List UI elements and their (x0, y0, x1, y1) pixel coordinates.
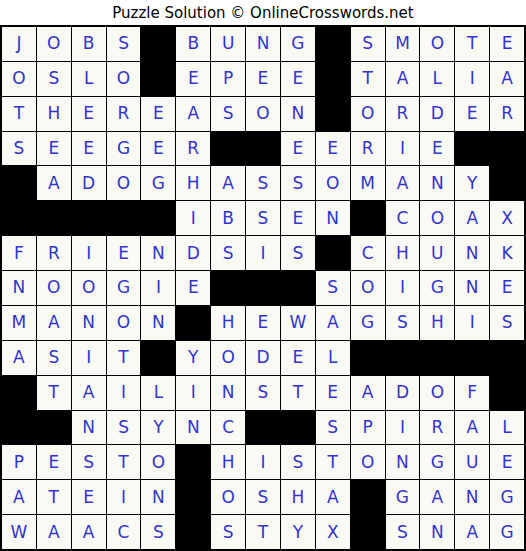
letter-cell: H (37, 97, 71, 131)
letter-cell: S (386, 515, 420, 549)
letter-cell: N (420, 515, 454, 549)
black-cell (176, 480, 210, 514)
letter-cell: A (37, 166, 71, 200)
letter-cell: O (107, 166, 141, 200)
letter-cell: G (107, 132, 141, 166)
letter-cell: P (211, 62, 245, 96)
letter-cell: A (351, 376, 385, 410)
black-cell (490, 376, 524, 410)
letter-cell: N (420, 166, 454, 200)
letter-cell: A (316, 306, 350, 340)
letter-cell: H (211, 445, 245, 479)
letter-cell: O (2, 62, 36, 96)
letter-cell: W (2, 515, 36, 549)
letter-cell: R (176, 132, 210, 166)
letter-cell: A (37, 515, 71, 549)
letter-cell: S (107, 27, 141, 61)
page-title: Puzzle Solution © OnlineCrosswords.net (0, 0, 526, 25)
letter-cell: G (420, 445, 454, 479)
letter-cell: S (316, 411, 350, 445)
letter-cell: I (386, 132, 420, 166)
letter-cell: A (2, 341, 36, 375)
letter-cell: E (37, 132, 71, 166)
letter-cell: E (246, 306, 280, 340)
letter-cell: I (176, 201, 210, 235)
letter-cell: S (316, 271, 350, 305)
letter-cell: B (176, 27, 210, 61)
letter-cell: E (246, 62, 280, 96)
letter-cell: E (72, 132, 106, 166)
letter-cell: J (2, 27, 36, 61)
letter-cell: E (490, 27, 524, 61)
black-cell (141, 201, 175, 235)
letter-cell: N (211, 376, 245, 410)
letter-cell: D (72, 166, 106, 200)
letter-cell: E (281, 201, 315, 235)
letter-cell: E (455, 97, 489, 131)
letter-cell: G (281, 27, 315, 61)
letter-cell: O (107, 306, 141, 340)
letter-cell: T (107, 341, 141, 375)
letter-cell: S (141, 515, 175, 549)
letter-cell: H (211, 306, 245, 340)
letter-cell: I (141, 271, 175, 305)
letter-cell: A (386, 62, 420, 96)
letter-cell: A (455, 411, 489, 445)
letter-cell: A (420, 480, 454, 514)
letter-cell: I (246, 236, 280, 270)
letter-cell: E (490, 445, 524, 479)
letter-cell: T (2, 97, 36, 131)
letter-cell: A (316, 480, 350, 514)
letter-cell: G (490, 515, 524, 549)
letter-cell: F (455, 376, 489, 410)
letter-cell: D (246, 341, 280, 375)
letter-cell: S (246, 201, 280, 235)
black-cell (351, 515, 385, 549)
letter-cell: H (420, 306, 454, 340)
letter-cell: G (351, 306, 385, 340)
letter-cell: O (107, 62, 141, 96)
letter-cell: M (2, 306, 36, 340)
letter-cell: N (246, 27, 280, 61)
letter-cell: N (141, 480, 175, 514)
letter-cell: E (490, 271, 524, 305)
letter-cell: I (107, 376, 141, 410)
letter-cell: D (420, 97, 454, 131)
letter-cell: R (420, 411, 454, 445)
letter-cell: A (386, 166, 420, 200)
letter-cell: G (420, 271, 454, 305)
letter-cell: D (386, 376, 420, 410)
letter-cell: I (72, 236, 106, 270)
black-cell (72, 201, 106, 235)
letter-cell: N (455, 480, 489, 514)
letter-cell: S (72, 445, 106, 479)
letter-cell: U (455, 445, 489, 479)
letter-cell: S (246, 376, 280, 410)
letter-cell: R (386, 97, 420, 131)
letter-cell: H (281, 480, 315, 514)
letter-cell: T (37, 480, 71, 514)
letter-cell: I (455, 62, 489, 96)
letter-cell: E (281, 62, 315, 96)
letter-cell: R (107, 97, 141, 131)
letter-cell: E (141, 132, 175, 166)
black-cell (490, 166, 524, 200)
letter-cell: S (246, 480, 280, 514)
black-cell (141, 341, 175, 375)
letter-cell: G (490, 480, 524, 514)
letter-cell: I (386, 271, 420, 305)
letter-cell: S (281, 166, 315, 200)
letter-cell: Y (141, 411, 175, 445)
black-cell (176, 306, 210, 340)
letter-cell: L (141, 376, 175, 410)
letter-cell: T (246, 515, 280, 549)
letter-cell: I (176, 376, 210, 410)
black-cell (490, 341, 524, 375)
letter-cell: S (386, 306, 420, 340)
letter-cell: R (37, 236, 71, 270)
black-cell (490, 132, 524, 166)
letter-cell: E (176, 62, 210, 96)
letter-cell: H (386, 236, 420, 270)
black-cell (351, 480, 385, 514)
black-cell (107, 201, 141, 235)
letter-cell: O (420, 376, 454, 410)
letter-cell: B (72, 27, 106, 61)
black-cell (246, 411, 280, 445)
letter-cell: E (176, 271, 210, 305)
letter-cell: A (72, 515, 106, 549)
black-cell (316, 97, 350, 131)
letter-cell: S (211, 236, 245, 270)
letter-cell: S (351, 27, 385, 61)
letter-cell: S (246, 166, 280, 200)
black-cell (455, 341, 489, 375)
letter-cell: C (386, 201, 420, 235)
letter-cell: I (107, 480, 141, 514)
letter-cell: S (37, 62, 71, 96)
letter-cell: K (490, 236, 524, 270)
letter-cell: X (490, 201, 524, 235)
letter-cell: C (211, 411, 245, 445)
black-cell (141, 27, 175, 61)
letter-cell: Y (176, 341, 210, 375)
black-cell (2, 201, 36, 235)
letter-cell: M (351, 166, 385, 200)
letter-cell: T (351, 62, 385, 96)
letter-cell: T (316, 445, 350, 479)
letter-cell: N (281, 97, 315, 131)
letter-cell: P (2, 445, 36, 479)
black-cell (211, 132, 245, 166)
letter-cell: S (211, 97, 245, 131)
letter-cell: A (2, 480, 36, 514)
black-cell (281, 411, 315, 445)
letter-cell: E (420, 132, 454, 166)
letter-cell: E (107, 236, 141, 270)
letter-cell: N (2, 271, 36, 305)
black-cell (211, 271, 245, 305)
letter-cell: O (37, 271, 71, 305)
letter-cell: I (246, 445, 280, 479)
letter-cell: E (281, 341, 315, 375)
letter-cell: C (351, 236, 385, 270)
letter-cell: A (72, 376, 106, 410)
letter-cell: N (72, 306, 106, 340)
letter-cell: S (107, 411, 141, 445)
letter-cell: N (141, 236, 175, 270)
letter-cell: L (316, 341, 350, 375)
letter-cell: E (37, 445, 71, 479)
letter-cell: O (246, 97, 280, 131)
letter-cell: L (72, 62, 106, 96)
letter-cell: P (351, 411, 385, 445)
letter-cell: C (107, 515, 141, 549)
letter-cell: N (455, 271, 489, 305)
letter-cell: G (141, 166, 175, 200)
letter-cell: S (211, 515, 245, 549)
black-cell (316, 62, 350, 96)
crossword-grid: JOBSBUNGSMOTEOSLOEPEETALIATHEREASONORDER… (0, 25, 526, 551)
black-cell (455, 132, 489, 166)
letter-cell: O (316, 166, 350, 200)
letter-cell: T (281, 376, 315, 410)
black-cell (420, 341, 454, 375)
letter-cell: L (420, 62, 454, 96)
letter-cell: N (316, 201, 350, 235)
black-cell (176, 445, 210, 479)
letter-cell: Y (281, 515, 315, 549)
letter-cell: O (420, 201, 454, 235)
letter-cell: M (386, 27, 420, 61)
letter-cell: S (37, 341, 71, 375)
letter-cell: A (37, 306, 71, 340)
letter-cell: O (72, 271, 106, 305)
letter-cell: F (2, 236, 36, 270)
letter-cell: S (490, 306, 524, 340)
letter-cell: I (386, 411, 420, 445)
letter-cell: B (211, 201, 245, 235)
letter-cell: X (316, 515, 350, 549)
black-cell (281, 271, 315, 305)
black-cell (351, 341, 385, 375)
letter-cell: E (72, 97, 106, 131)
letter-cell: I (455, 306, 489, 340)
letter-cell: N (455, 236, 489, 270)
letter-cell: U (420, 236, 454, 270)
letter-cell: O (141, 445, 175, 479)
puzzle-solution-page: Puzzle Solution © OnlineCrosswords.net J… (0, 0, 526, 551)
letter-cell: O (37, 27, 71, 61)
black-cell (37, 201, 71, 235)
letter-cell: O (211, 480, 245, 514)
letter-cell: E (281, 132, 315, 166)
black-cell (246, 132, 280, 166)
black-cell (316, 27, 350, 61)
letter-cell: S (281, 445, 315, 479)
letter-cell: S (2, 132, 36, 166)
letter-cell: N (386, 445, 420, 479)
letter-cell: S (281, 236, 315, 270)
letter-cell: U (211, 27, 245, 61)
black-cell (2, 376, 36, 410)
letter-cell: T (455, 27, 489, 61)
letter-cell: T (37, 376, 71, 410)
letter-cell: W (281, 306, 315, 340)
letter-cell: N (141, 306, 175, 340)
black-cell (316, 236, 350, 270)
letter-cell: R (490, 97, 524, 131)
letter-cell: A (455, 201, 489, 235)
letter-cell: A (455, 515, 489, 549)
black-cell (2, 411, 36, 445)
letter-cell: O (211, 341, 245, 375)
letter-cell: E (316, 376, 350, 410)
black-cell (386, 341, 420, 375)
letter-cell: D (176, 236, 210, 270)
black-cell (246, 271, 280, 305)
letter-cell: E (72, 480, 106, 514)
letter-cell: G (107, 271, 141, 305)
letter-cell: O (351, 97, 385, 131)
letter-cell: A (176, 97, 210, 131)
letter-cell: N (72, 411, 106, 445)
letter-cell: E (141, 97, 175, 131)
black-cell (351, 201, 385, 235)
letter-cell: I (72, 341, 106, 375)
letter-cell: O (351, 445, 385, 479)
letter-cell: A (490, 62, 524, 96)
letter-cell: A (211, 166, 245, 200)
black-cell (2, 166, 36, 200)
letter-cell: L (490, 411, 524, 445)
letter-cell: H (176, 166, 210, 200)
black-cell (141, 62, 175, 96)
letter-cell: N (176, 411, 210, 445)
letter-cell: T (107, 445, 141, 479)
letter-cell: E (316, 132, 350, 166)
letter-cell: G (386, 480, 420, 514)
letter-cell: O (351, 271, 385, 305)
black-cell (37, 411, 71, 445)
black-cell (176, 515, 210, 549)
letter-cell: Y (455, 166, 489, 200)
letter-cell: R (351, 132, 385, 166)
letter-cell: O (420, 27, 454, 61)
